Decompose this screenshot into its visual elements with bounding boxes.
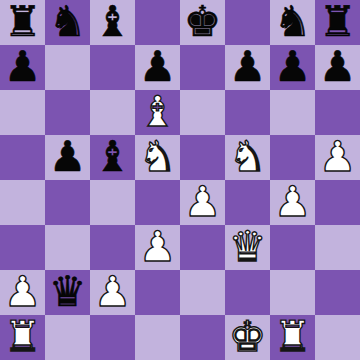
- square-c2[interactable]: ♟: [90, 270, 135, 315]
- square-e5[interactable]: [180, 135, 225, 180]
- square-e2[interactable]: [180, 270, 225, 315]
- piece-white-pawn[interactable]: ♟: [94, 271, 132, 313]
- square-f1[interactable]: ♚: [225, 315, 270, 360]
- square-d1[interactable]: [135, 315, 180, 360]
- square-b8[interactable]: ♞: [45, 0, 90, 45]
- square-c6[interactable]: [90, 90, 135, 135]
- piece-black-pawn[interactable]: ♟: [274, 46, 312, 88]
- square-d6[interactable]: ♝: [135, 90, 180, 135]
- piece-white-pawn[interactable]: ♟: [319, 136, 357, 178]
- square-f6[interactable]: [225, 90, 270, 135]
- square-c8[interactable]: ♝: [90, 0, 135, 45]
- square-b1[interactable]: [45, 315, 90, 360]
- square-g8[interactable]: ♞: [270, 0, 315, 45]
- square-d2[interactable]: [135, 270, 180, 315]
- piece-white-queen[interactable]: ♛: [229, 226, 267, 268]
- piece-white-pawn[interactable]: ♟: [139, 226, 177, 268]
- square-h6[interactable]: [315, 90, 360, 135]
- square-g7[interactable]: ♟: [270, 45, 315, 90]
- piece-white-rook[interactable]: ♜: [4, 316, 42, 358]
- square-e7[interactable]: [180, 45, 225, 90]
- piece-black-pawn[interactable]: ♟: [319, 46, 357, 88]
- piece-black-bishop[interactable]: ♝: [94, 1, 132, 43]
- square-g2[interactable]: [270, 270, 315, 315]
- square-h2[interactable]: [315, 270, 360, 315]
- square-a5[interactable]: [0, 135, 45, 180]
- piece-black-queen[interactable]: ♛: [49, 271, 87, 313]
- piece-black-pawn[interactable]: ♟: [4, 46, 42, 88]
- piece-black-knight[interactable]: ♞: [274, 1, 312, 43]
- square-c4[interactable]: [90, 180, 135, 225]
- piece-white-pawn[interactable]: ♟: [184, 181, 222, 223]
- square-h5[interactable]: ♟: [315, 135, 360, 180]
- square-b5[interactable]: ♟: [45, 135, 90, 180]
- square-c1[interactable]: [90, 315, 135, 360]
- square-g4[interactable]: ♟: [270, 180, 315, 225]
- square-f2[interactable]: [225, 270, 270, 315]
- square-h7[interactable]: ♟: [315, 45, 360, 90]
- square-d7[interactable]: ♟: [135, 45, 180, 90]
- square-a1[interactable]: ♜: [0, 315, 45, 360]
- square-g6[interactable]: [270, 90, 315, 135]
- square-h4[interactable]: [315, 180, 360, 225]
- square-a4[interactable]: [0, 180, 45, 225]
- square-b7[interactable]: [45, 45, 90, 90]
- square-d8[interactable]: [135, 0, 180, 45]
- square-h3[interactable]: [315, 225, 360, 270]
- piece-white-rook[interactable]: ♜: [274, 316, 312, 358]
- square-b6[interactable]: [45, 90, 90, 135]
- piece-black-rook[interactable]: ♜: [4, 1, 42, 43]
- square-g5[interactable]: [270, 135, 315, 180]
- square-e4[interactable]: ♟: [180, 180, 225, 225]
- square-b2[interactable]: ♛: [45, 270, 90, 315]
- square-a2[interactable]: ♟: [0, 270, 45, 315]
- square-d5[interactable]: ♞: [135, 135, 180, 180]
- square-a8[interactable]: ♜: [0, 0, 45, 45]
- square-e6[interactable]: [180, 90, 225, 135]
- square-g3[interactable]: [270, 225, 315, 270]
- piece-black-pawn[interactable]: ♟: [139, 46, 177, 88]
- piece-white-knight[interactable]: ♞: [229, 136, 267, 178]
- square-b4[interactable]: [45, 180, 90, 225]
- square-d3[interactable]: ♟: [135, 225, 180, 270]
- square-e8[interactable]: ♚: [180, 0, 225, 45]
- piece-white-bishop[interactable]: ♝: [139, 91, 177, 133]
- square-e3[interactable]: [180, 225, 225, 270]
- square-c5[interactable]: ♝: [90, 135, 135, 180]
- square-b3[interactable]: [45, 225, 90, 270]
- square-f4[interactable]: [225, 180, 270, 225]
- piece-white-pawn[interactable]: ♟: [4, 271, 42, 313]
- chess-board: ♜♞♝♚♞♜♟♟♟♟♟♝♟♝♞♞♟♟♟♟♛♟♛♟♜♚♜: [0, 0, 360, 360]
- square-f5[interactable]: ♞: [225, 135, 270, 180]
- square-f3[interactable]: ♛: [225, 225, 270, 270]
- square-h1[interactable]: [315, 315, 360, 360]
- square-f7[interactable]: ♟: [225, 45, 270, 90]
- piece-black-pawn[interactable]: ♟: [229, 46, 267, 88]
- piece-white-king[interactable]: ♚: [229, 316, 267, 358]
- square-g1[interactable]: ♜: [270, 315, 315, 360]
- square-e1[interactable]: [180, 315, 225, 360]
- piece-black-rook[interactable]: ♜: [319, 1, 357, 43]
- piece-black-pawn[interactable]: ♟: [49, 136, 87, 178]
- square-h8[interactable]: ♜: [315, 0, 360, 45]
- piece-black-king[interactable]: ♚: [184, 1, 222, 43]
- square-c3[interactable]: [90, 225, 135, 270]
- square-a6[interactable]: [0, 90, 45, 135]
- piece-black-knight[interactable]: ♞: [49, 1, 87, 43]
- piece-black-bishop[interactable]: ♝: [94, 136, 132, 178]
- square-f8[interactable]: [225, 0, 270, 45]
- piece-white-pawn[interactable]: ♟: [274, 181, 312, 223]
- square-a7[interactable]: ♟: [0, 45, 45, 90]
- square-d4[interactable]: [135, 180, 180, 225]
- square-a3[interactable]: [0, 225, 45, 270]
- piece-white-knight[interactable]: ♞: [139, 136, 177, 178]
- square-c7[interactable]: [90, 45, 135, 90]
